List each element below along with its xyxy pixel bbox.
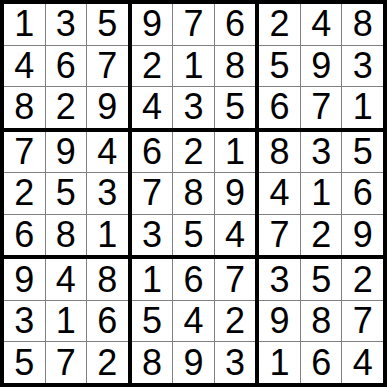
cell-digit: 3	[56, 6, 76, 42]
cell-r8c8[interactable]: 8	[301, 301, 342, 342]
cell-r6c2[interactable]: 8	[46, 215, 87, 256]
cell-r7c7[interactable]: 3	[259, 259, 300, 300]
cell-digit: 4	[142, 89, 162, 125]
cell-digit: 1	[56, 303, 76, 339]
cell-digit: 2	[97, 345, 117, 381]
box-r2c1: 167542893	[132, 259, 256, 383]
cell-digit: 6	[225, 6, 245, 42]
cell-r2c7[interactable]: 5	[259, 46, 300, 87]
cell-r3c5[interactable]: 3	[173, 87, 214, 128]
cell-digit: 6	[353, 175, 373, 211]
cell-digit: 9	[14, 262, 34, 298]
cell-r2c4[interactable]: 2	[132, 46, 173, 87]
cell-r3c3[interactable]: 9	[87, 87, 128, 128]
cell-r4c3[interactable]: 4	[87, 132, 128, 173]
cell-digit: 1	[142, 262, 162, 298]
cell-digit: 3	[225, 345, 245, 381]
sudoku-board: 1354678299762184352485936717942536816217…	[0, 0, 387, 387]
cell-r8c5[interactable]: 4	[173, 301, 214, 342]
cell-digit: 2	[183, 134, 203, 170]
cell-r1c7[interactable]: 2	[259, 4, 300, 45]
cell-digit: 7	[225, 262, 245, 298]
cell-r1c5[interactable]: 7	[173, 4, 214, 45]
cell-digit: 6	[56, 48, 76, 84]
cell-digit: 1	[311, 175, 331, 211]
cell-digit: 2	[142, 48, 162, 84]
cell-digit: 5	[225, 89, 245, 125]
cell-digit: 6	[14, 217, 34, 253]
cell-r9c6[interactable]: 3	[215, 342, 256, 383]
cell-digit: 4	[225, 217, 245, 253]
cell-digit: 8	[56, 217, 76, 253]
cell-r5c3[interactable]: 3	[87, 173, 128, 214]
cell-digit: 4	[353, 345, 373, 381]
cell-r1c1[interactable]: 1	[4, 4, 45, 45]
cell-r6c8[interactable]: 2	[301, 215, 342, 256]
cell-r8c2[interactable]: 1	[46, 301, 87, 342]
cell-digit: 4	[183, 303, 203, 339]
cell-digit: 8	[225, 48, 245, 84]
cell-digit: 7	[183, 6, 203, 42]
cell-digit: 9	[270, 303, 290, 339]
cell-r9c2[interactable]: 7	[46, 342, 87, 383]
cell-digit: 1	[353, 89, 373, 125]
cell-r4c9[interactable]: 5	[342, 132, 383, 173]
cell-r4c8[interactable]: 3	[301, 132, 342, 173]
cell-r5c9[interactable]: 6	[342, 173, 383, 214]
cell-digit: 3	[97, 175, 117, 211]
cell-digit: 1	[97, 217, 117, 253]
cell-r3c1[interactable]: 8	[4, 87, 45, 128]
cell-r4c7[interactable]: 8	[259, 132, 300, 173]
cell-r9c7[interactable]: 1	[259, 342, 300, 383]
cell-digit: 5	[142, 303, 162, 339]
cell-r1c9[interactable]: 8	[342, 4, 383, 45]
cell-r7c9[interactable]: 2	[342, 259, 383, 300]
cell-r6c9[interactable]: 9	[342, 215, 383, 256]
cell-r6c6[interactable]: 4	[215, 215, 256, 256]
cell-r7c3[interactable]: 8	[87, 259, 128, 300]
cell-digit: 5	[353, 134, 373, 170]
cell-r7c5[interactable]: 6	[173, 259, 214, 300]
cell-r5c5[interactable]: 8	[173, 173, 214, 214]
cell-digit: 2	[353, 262, 373, 298]
cell-digit: 9	[56, 134, 76, 170]
cell-r3c9[interactable]: 1	[342, 87, 383, 128]
cell-r6c5[interactable]: 5	[173, 215, 214, 256]
cell-digit: 2	[270, 6, 290, 42]
cell-digit: 1	[183, 48, 203, 84]
cell-r5c2[interactable]: 5	[46, 173, 87, 214]
cell-digit: 9	[225, 175, 245, 211]
cell-r7c6[interactable]: 7	[215, 259, 256, 300]
cell-digit: 3	[270, 262, 290, 298]
cell-r1c6[interactable]: 6	[215, 4, 256, 45]
cell-r1c2[interactable]: 3	[46, 4, 87, 45]
cell-digit: 6	[183, 262, 203, 298]
cell-r2c3[interactable]: 7	[87, 46, 128, 87]
cell-r4c5[interactable]: 2	[173, 132, 214, 173]
cell-digit: 6	[311, 345, 331, 381]
cell-digit: 1	[14, 6, 34, 42]
cell-digit: 9	[142, 6, 162, 42]
cell-digit: 8	[97, 262, 117, 298]
cell-r5c4[interactable]: 7	[132, 173, 173, 214]
cell-r8c6[interactable]: 2	[215, 301, 256, 342]
cell-digit: 7	[97, 48, 117, 84]
cell-r9c5[interactable]: 9	[173, 342, 214, 383]
cell-r4c1[interactable]: 7	[4, 132, 45, 173]
box-r2c2: 352987164	[259, 259, 383, 383]
cell-digit: 3	[311, 134, 331, 170]
cell-digit: 8	[14, 89, 34, 125]
cell-r2c6[interactable]: 8	[215, 46, 256, 87]
cell-r2c9[interactable]: 3	[342, 46, 383, 87]
box-r0c1: 976218435	[132, 4, 256, 128]
box-r2c0: 948316572	[4, 259, 128, 383]
cell-digit: 5	[97, 6, 117, 42]
cell-digit: 7	[142, 175, 162, 211]
cell-digit: 3	[183, 89, 203, 125]
cell-r2c1[interactable]: 4	[4, 46, 45, 87]
box-r1c0: 794253681	[4, 132, 128, 256]
cell-digit: 8	[311, 303, 331, 339]
cell-digit: 8	[142, 345, 162, 381]
cell-r1c8[interactable]: 4	[301, 4, 342, 45]
cell-r3c4[interactable]: 4	[132, 87, 173, 128]
cell-r5c1[interactable]: 2	[4, 173, 45, 214]
box-r1c2: 835416729	[259, 132, 383, 256]
cell-digit: 7	[353, 303, 373, 339]
cell-r1c4[interactable]: 9	[132, 4, 173, 45]
cell-digit: 2	[56, 89, 76, 125]
cell-digit: 9	[353, 217, 373, 253]
cell-r8c7[interactable]: 9	[259, 301, 300, 342]
cell-digit: 8	[183, 175, 203, 211]
cell-r5c6[interactable]: 9	[215, 173, 256, 214]
cell-digit: 3	[14, 303, 34, 339]
cell-r2c8[interactable]: 9	[301, 46, 342, 87]
cell-digit: 6	[270, 89, 290, 125]
cell-r8c3[interactable]: 6	[87, 301, 128, 342]
cell-r2c5[interactable]: 1	[173, 46, 214, 87]
cell-digit: 8	[270, 134, 290, 170]
cell-digit: 4	[97, 134, 117, 170]
cell-r7c4[interactable]: 1	[132, 259, 173, 300]
cell-r6c3[interactable]: 1	[87, 215, 128, 256]
box-r0c2: 248593671	[259, 4, 383, 128]
cell-digit: 2	[311, 217, 331, 253]
cell-r7c1[interactable]: 9	[4, 259, 45, 300]
cell-r7c8[interactable]: 5	[301, 259, 342, 300]
cell-r3c6[interactable]: 5	[215, 87, 256, 128]
cell-digit: 7	[14, 134, 34, 170]
cell-digit: 5	[56, 175, 76, 211]
cell-r5c8[interactable]: 1	[301, 173, 342, 214]
cell-r8c4[interactable]: 5	[132, 301, 173, 342]
cell-r3c8[interactable]: 7	[301, 87, 342, 128]
cell-r5c7[interactable]: 4	[259, 173, 300, 214]
cell-digit: 2	[225, 303, 245, 339]
cell-digit: 9	[97, 89, 117, 125]
cell-digit: 4	[311, 6, 331, 42]
cell-digit: 8	[353, 6, 373, 42]
cell-digit: 6	[97, 303, 117, 339]
cell-digit: 5	[311, 262, 331, 298]
cell-r9c3[interactable]: 2	[87, 342, 128, 383]
cell-r6c1[interactable]: 6	[4, 215, 45, 256]
cell-r3c7[interactable]: 6	[259, 87, 300, 128]
cell-digit: 2	[14, 175, 34, 211]
cell-r9c8[interactable]: 6	[301, 342, 342, 383]
cell-digit: 9	[311, 48, 331, 84]
cell-digit: 3	[142, 217, 162, 253]
cell-digit: 7	[311, 89, 331, 125]
cell-r4c4[interactable]: 6	[132, 132, 173, 173]
cell-r1c3[interactable]: 5	[87, 4, 128, 45]
cell-digit: 5	[183, 217, 203, 253]
cell-r9c4[interactable]: 8	[132, 342, 173, 383]
cell-r6c4[interactable]: 3	[132, 215, 173, 256]
cell-r8c9[interactable]: 7	[342, 301, 383, 342]
cell-digit: 5	[270, 48, 290, 84]
cell-r2c2[interactable]: 6	[46, 46, 87, 87]
cell-r6c7[interactable]: 7	[259, 215, 300, 256]
cell-digit: 4	[270, 175, 290, 211]
cell-digit: 7	[270, 217, 290, 253]
cell-r8c1[interactable]: 3	[4, 301, 45, 342]
box-r1c1: 621789354	[132, 132, 256, 256]
cell-r4c2[interactable]: 9	[46, 132, 87, 173]
cell-digit: 4	[56, 262, 76, 298]
cell-r9c1[interactable]: 5	[4, 342, 45, 383]
cell-r7c2[interactable]: 4	[46, 259, 87, 300]
cell-digit: 7	[56, 345, 76, 381]
cell-digit: 6	[142, 134, 162, 170]
cell-digit: 1	[270, 345, 290, 381]
cell-r9c9[interactable]: 4	[342, 342, 383, 383]
cell-r3c2[interactable]: 2	[46, 87, 87, 128]
cell-digit: 4	[14, 48, 34, 84]
cell-digit: 3	[353, 48, 373, 84]
cell-digit: 9	[183, 345, 203, 381]
cell-digit: 5	[14, 345, 34, 381]
box-r0c0: 135467829	[4, 4, 128, 128]
cell-digit: 1	[225, 134, 245, 170]
cell-r4c6[interactable]: 1	[215, 132, 256, 173]
